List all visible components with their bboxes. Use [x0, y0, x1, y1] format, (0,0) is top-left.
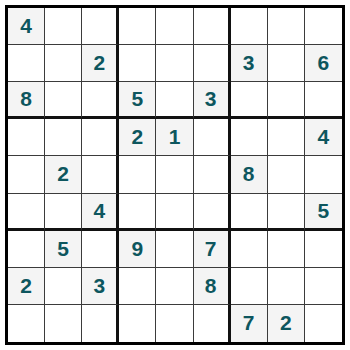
- cell-r1c4[interactable]: [119, 8, 156, 45]
- cell-r9c8[interactable]: 2: [268, 305, 305, 342]
- cell-r3c3[interactable]: [82, 82, 119, 119]
- cell-r2c7[interactable]: 3: [231, 45, 268, 82]
- cell-r7c2[interactable]: 5: [45, 231, 82, 268]
- cell-r1c8[interactable]: [268, 8, 305, 45]
- cell-r9c5[interactable]: [156, 305, 193, 342]
- cell-r5c3[interactable]: [82, 156, 119, 193]
- cell-r6c9[interactable]: 5: [305, 194, 342, 231]
- cell-r3c6[interactable]: 3: [194, 82, 231, 119]
- cell-r2c9[interactable]: 6: [305, 45, 342, 82]
- cell-r6c2[interactable]: [45, 194, 82, 231]
- cell-r2c2[interactable]: [45, 45, 82, 82]
- cell-r6c3[interactable]: 4: [82, 194, 119, 231]
- cell-r8c8[interactable]: [268, 268, 305, 305]
- cell-r5c4[interactable]: [119, 156, 156, 193]
- cell-r8c5[interactable]: [156, 268, 193, 305]
- cell-r4c7[interactable]: [231, 119, 268, 156]
- cell-r5c5[interactable]: [156, 156, 193, 193]
- cell-r6c6[interactable]: [194, 194, 231, 231]
- cell-r5c8[interactable]: [268, 156, 305, 193]
- cell-r7c9[interactable]: [305, 231, 342, 268]
- cell-r8c1[interactable]: 2: [8, 268, 45, 305]
- cell-r5c2[interactable]: 2: [45, 156, 82, 193]
- cell-r3c4[interactable]: 5: [119, 82, 156, 119]
- cell-r4c3[interactable]: [82, 119, 119, 156]
- cell-r5c7[interactable]: 8: [231, 156, 268, 193]
- cell-r5c9[interactable]: [305, 156, 342, 193]
- cell-r9c4[interactable]: [119, 305, 156, 342]
- cell-r2c5[interactable]: [156, 45, 193, 82]
- cell-r2c4[interactable]: [119, 45, 156, 82]
- cell-r1c5[interactable]: [156, 8, 193, 45]
- cell-r2c3[interactable]: 2: [82, 45, 119, 82]
- cell-r8c7[interactable]: [231, 268, 268, 305]
- cell-r6c4[interactable]: [119, 194, 156, 231]
- cell-r6c7[interactable]: [231, 194, 268, 231]
- cell-r7c4[interactable]: 9: [119, 231, 156, 268]
- cell-r3c2[interactable]: [45, 82, 82, 119]
- cell-r7c6[interactable]: 7: [194, 231, 231, 268]
- cell-r8c3[interactable]: 3: [82, 268, 119, 305]
- cell-r9c6[interactable]: [194, 305, 231, 342]
- cell-r8c9[interactable]: [305, 268, 342, 305]
- cell-r1c6[interactable]: [194, 8, 231, 45]
- cell-r9c3[interactable]: [82, 305, 119, 342]
- cell-r6c1[interactable]: [8, 194, 45, 231]
- cell-r1c9[interactable]: [305, 8, 342, 45]
- cell-r7c8[interactable]: [268, 231, 305, 268]
- cell-r1c7[interactable]: [231, 8, 268, 45]
- cell-r6c5[interactable]: [156, 194, 193, 231]
- cell-r3c7[interactable]: [231, 82, 268, 119]
- cell-r3c1[interactable]: 8: [8, 82, 45, 119]
- cell-r9c9[interactable]: [305, 305, 342, 342]
- cell-r4c2[interactable]: [45, 119, 82, 156]
- cell-r7c1[interactable]: [8, 231, 45, 268]
- cell-r5c1[interactable]: [8, 156, 45, 193]
- cell-r6c8[interactable]: [268, 194, 305, 231]
- cell-r8c6[interactable]: 8: [194, 268, 231, 305]
- cell-r4c1[interactable]: [8, 119, 45, 156]
- cell-r2c1[interactable]: [8, 45, 45, 82]
- cell-r3c8[interactable]: [268, 82, 305, 119]
- cell-r8c4[interactable]: [119, 268, 156, 305]
- cell-r7c5[interactable]: [156, 231, 193, 268]
- cell-r2c6[interactable]: [194, 45, 231, 82]
- cell-r4c5[interactable]: 1: [156, 119, 193, 156]
- cell-r9c7[interactable]: 7: [231, 305, 268, 342]
- cell-r1c2[interactable]: [45, 8, 82, 45]
- cell-r5c6[interactable]: [194, 156, 231, 193]
- cell-r9c2[interactable]: [45, 305, 82, 342]
- sudoku-board: 4236853214284559723872: [5, 5, 345, 345]
- cell-r4c6[interactable]: [194, 119, 231, 156]
- cell-r4c9[interactable]: 4: [305, 119, 342, 156]
- cell-r1c3[interactable]: [82, 8, 119, 45]
- sudoku-page: 4236853214284559723872: [0, 0, 350, 350]
- cell-r1c1[interactable]: 4: [8, 8, 45, 45]
- cell-r2c8[interactable]: [268, 45, 305, 82]
- cell-r8c2[interactable]: [45, 268, 82, 305]
- cell-r4c8[interactable]: [268, 119, 305, 156]
- cell-r4c4[interactable]: 2: [119, 119, 156, 156]
- cell-r3c9[interactable]: [305, 82, 342, 119]
- cell-r7c3[interactable]: [82, 231, 119, 268]
- cell-r9c1[interactable]: [8, 305, 45, 342]
- cell-r3c5[interactable]: [156, 82, 193, 119]
- cell-r7c7[interactable]: [231, 231, 268, 268]
